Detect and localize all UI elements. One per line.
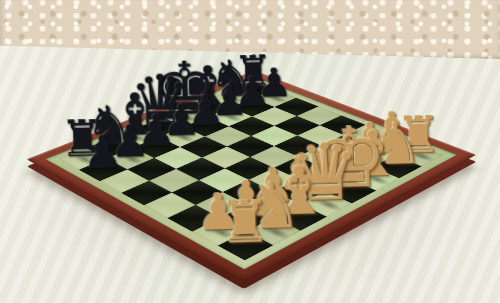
piece-white-rook[interactable]: ♜ (204, 198, 286, 246)
product-photo-scene: ♜♞♝♛♚♝♞♜♟♟♟♟♟♟♟♟♟♟♟♟♟♟♟♟♜♞♝♛♚♝♞♜ (0, 0, 500, 303)
piece-black-pawn[interactable]: ♟ (67, 133, 139, 170)
